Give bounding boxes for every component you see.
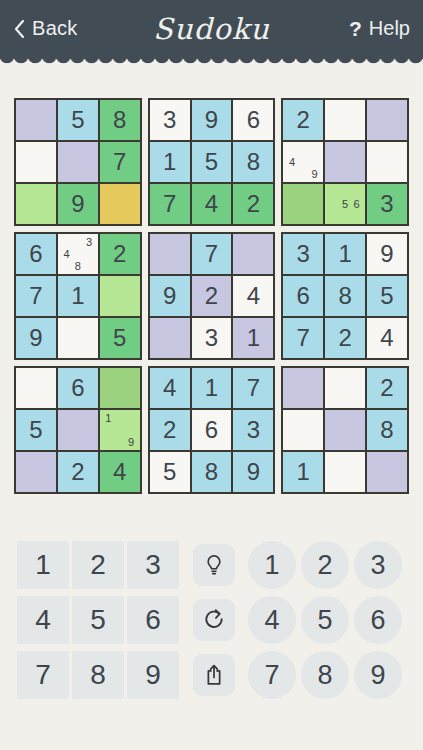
box-4: 634827195 xyxy=(14,232,142,360)
numpad-circle-5[interactable]: 5 xyxy=(301,596,349,644)
cell-r8c6[interactable]: 3 xyxy=(233,410,273,450)
cell-r1c3[interactable]: 8 xyxy=(100,100,140,140)
cell-r9c1[interactable] xyxy=(16,452,56,492)
cell-r8c7[interactable] xyxy=(283,410,323,450)
numpad-square-3[interactable]: 3 xyxy=(127,541,179,589)
numpad-circle-3[interactable]: 3 xyxy=(354,541,402,589)
cell-r2c9[interactable] xyxy=(367,142,407,182)
cell-r9c5[interactable]: 8 xyxy=(192,452,232,492)
box-7: 651924 xyxy=(14,366,142,494)
cell-r3c7[interactable] xyxy=(283,184,323,224)
cell-r7c2[interactable]: 6 xyxy=(58,368,98,408)
cell-r8c5[interactable]: 6 xyxy=(192,410,232,450)
hint-button[interactable] xyxy=(193,544,235,586)
cell-r1c4[interactable]: 3 xyxy=(150,100,190,140)
cell-r9c2[interactable]: 2 xyxy=(58,452,98,492)
nav-bar: Back Sudoku ? Help xyxy=(0,0,423,57)
cell-r9c4[interactable]: 5 xyxy=(150,452,190,492)
cell-r8c8[interactable] xyxy=(325,410,365,450)
cell-r9c8[interactable] xyxy=(325,452,365,492)
box-5: 792431 xyxy=(148,232,276,360)
cell-r4c6[interactable] xyxy=(233,234,273,274)
cell-r9c6[interactable]: 9 xyxy=(233,452,273,492)
help-question-icon: ? xyxy=(349,17,362,41)
share-button[interactable] xyxy=(193,654,235,696)
numpad-circle-9[interactable]: 9 xyxy=(354,651,402,699)
cell-r3c9[interactable]: 3 xyxy=(367,184,407,224)
cell-r1c5[interactable]: 9 xyxy=(192,100,232,140)
numpad-square-2[interactable]: 2 xyxy=(72,541,124,589)
cell-r8c9[interactable]: 8 xyxy=(367,410,407,450)
control-pad: 123456789 xyxy=(17,541,423,699)
cell-r2c7[interactable]: 49 xyxy=(283,142,323,182)
cell-r2c3[interactable]: 7 xyxy=(100,142,140,182)
numpad-circle-1[interactable]: 1 xyxy=(248,541,296,589)
cell-r6c2[interactable] xyxy=(58,318,98,358)
cell-r7c9[interactable]: 2 xyxy=(367,368,407,408)
game-area: 5879396158742249563634827195792431319685… xyxy=(0,98,423,699)
cell-r5c1[interactable]: 7 xyxy=(16,276,56,316)
numpad-square-6[interactable]: 6 xyxy=(127,596,179,644)
pencil-marks: 348 xyxy=(58,234,98,274)
cell-r8c4[interactable]: 2 xyxy=(150,410,190,450)
cell-r5c3[interactable] xyxy=(100,276,140,316)
numpad-circles: 123456789 xyxy=(248,541,402,699)
cell-r2c4[interactable]: 1 xyxy=(150,142,190,182)
box-2: 396158742 xyxy=(148,98,276,226)
box-3: 249563 xyxy=(281,98,409,226)
help-label: Help xyxy=(369,17,410,40)
cell-r4c7[interactable]: 3 xyxy=(283,234,323,274)
back-button[interactable]: Back xyxy=(13,17,78,40)
box-8: 417263589 xyxy=(148,366,276,494)
cell-r2c6[interactable]: 8 xyxy=(233,142,273,182)
cell-r5c4[interactable]: 9 xyxy=(150,276,190,316)
cell-r3c1[interactable] xyxy=(16,184,56,224)
cell-r5c5[interactable]: 2 xyxy=(192,276,232,316)
share-icon xyxy=(201,662,227,688)
cell-r7c6[interactable]: 7 xyxy=(233,368,273,408)
cell-r1c1[interactable] xyxy=(16,100,56,140)
sudoku-board: 5879396158742249563634827195792431319685… xyxy=(14,98,409,493)
cell-r3c6[interactable]: 2 xyxy=(233,184,273,224)
numpad-circle-8[interactable]: 8 xyxy=(301,651,349,699)
cell-r7c7[interactable] xyxy=(283,368,323,408)
cell-r7c4[interactable]: 4 xyxy=(150,368,190,408)
action-column xyxy=(193,541,235,699)
numpad-square-9[interactable]: 9 xyxy=(127,651,179,699)
cell-r8c1[interactable]: 5 xyxy=(16,410,56,450)
cell-r3c3[interactable] xyxy=(100,184,140,224)
cell-r4c5[interactable]: 7 xyxy=(192,234,232,274)
cell-r5c9[interactable]: 5 xyxy=(367,276,407,316)
cell-r5c6[interactable]: 4 xyxy=(233,276,273,316)
cell-r6c9[interactable]: 4 xyxy=(367,318,407,358)
cell-r1c8[interactable] xyxy=(325,100,365,140)
cell-r6c8[interactable]: 2 xyxy=(325,318,365,358)
cell-r3c8[interactable]: 56 xyxy=(325,184,365,224)
numpad-circle-4[interactable]: 4 xyxy=(248,596,296,644)
cell-r7c1[interactable] xyxy=(16,368,56,408)
numpad-square-5[interactable]: 5 xyxy=(72,596,124,644)
cell-r7c8[interactable] xyxy=(325,368,365,408)
pencil-marks: 56 xyxy=(325,184,365,224)
lightbulb-icon xyxy=(201,552,227,578)
cell-r1c2[interactable]: 5 xyxy=(58,100,98,140)
cell-r4c9[interactable]: 9 xyxy=(367,234,407,274)
cell-r3c2[interactable]: 9 xyxy=(58,184,98,224)
cell-r6c1[interactable]: 9 xyxy=(16,318,56,358)
box-9: 281 xyxy=(281,366,409,494)
cell-r4c4[interactable] xyxy=(150,234,190,274)
numpad-circle-7[interactable]: 7 xyxy=(248,651,296,699)
numpad-circle-2[interactable]: 2 xyxy=(301,541,349,589)
cell-r4c1[interactable]: 6 xyxy=(16,234,56,274)
cell-r2c2[interactable] xyxy=(58,142,98,182)
cell-r8c2[interactable] xyxy=(58,410,98,450)
numpad-square-8[interactable]: 8 xyxy=(72,651,124,699)
pencil-marks: 19 xyxy=(100,410,140,450)
cell-r9c7[interactable]: 1 xyxy=(283,452,323,492)
cell-r4c2[interactable]: 348 xyxy=(58,234,98,274)
numpad-squares: 123456789 xyxy=(17,541,179,699)
numpad-square-4[interactable]: 4 xyxy=(17,596,69,644)
back-chevron-icon xyxy=(13,19,25,39)
numpad-square-7[interactable]: 7 xyxy=(17,651,69,699)
cell-r3c4[interactable]: 7 xyxy=(150,184,190,224)
cell-r5c7[interactable]: 6 xyxy=(283,276,323,316)
cell-r9c9[interactable] xyxy=(367,452,407,492)
pencil-marks: 49 xyxy=(283,142,323,182)
cell-r9c3[interactable]: 4 xyxy=(100,452,140,492)
restart-button[interactable] xyxy=(193,599,235,641)
refresh-icon xyxy=(201,607,227,633)
cell-r7c3[interactable] xyxy=(100,368,140,408)
cell-r2c5[interactable]: 5 xyxy=(192,142,232,182)
cell-r8c3[interactable]: 19 xyxy=(100,410,140,450)
back-label: Back xyxy=(32,17,78,40)
cell-r6c3[interactable]: 5 xyxy=(100,318,140,358)
cell-r5c2[interactable]: 1 xyxy=(58,276,98,316)
cell-r1c7[interactable]: 2 xyxy=(283,100,323,140)
numpad-circle-6[interactable]: 6 xyxy=(354,596,402,644)
box-6: 319685724 xyxy=(281,232,409,360)
cell-r2c1[interactable] xyxy=(16,142,56,182)
help-button[interactable]: ? Help xyxy=(349,17,410,41)
cell-r4c3[interactable]: 2 xyxy=(100,234,140,274)
cell-r6c4[interactable] xyxy=(150,318,190,358)
cell-r6c5[interactable]: 3 xyxy=(192,318,232,358)
cell-r5c8[interactable]: 8 xyxy=(325,276,365,316)
cell-r1c6[interactable]: 6 xyxy=(233,100,273,140)
cell-r2c8[interactable] xyxy=(325,142,365,182)
header-wave-edge xyxy=(0,57,423,65)
cell-r6c6[interactable]: 1 xyxy=(233,318,273,358)
cell-r4c8[interactable]: 1 xyxy=(325,234,365,274)
cell-r3c5[interactable]: 4 xyxy=(192,184,232,224)
cell-r6c7[interactable]: 7 xyxy=(283,318,323,358)
cell-r1c9[interactable] xyxy=(367,100,407,140)
cell-r7c5[interactable]: 1 xyxy=(192,368,232,408)
numpad-square-1[interactable]: 1 xyxy=(17,541,69,589)
box-1: 5879 xyxy=(14,98,142,226)
